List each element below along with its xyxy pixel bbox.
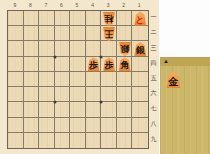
board-square[interactable] xyxy=(101,118,117,133)
board-square[interactable] xyxy=(101,72,117,87)
board-square[interactable] xyxy=(132,26,148,41)
board-square[interactable] xyxy=(117,102,133,117)
board-square[interactable] xyxy=(24,11,40,26)
file-label: 2 xyxy=(116,1,132,9)
board-square[interactable] xyxy=(86,118,102,133)
board-square[interactable] xyxy=(70,72,86,87)
board-square[interactable] xyxy=(39,57,55,72)
board-square[interactable] xyxy=(70,26,86,41)
piece-glyph: 銀 xyxy=(120,43,129,54)
board-square[interactable] xyxy=(8,11,24,26)
rank-label: 二 xyxy=(148,25,159,40)
board-square[interactable] xyxy=(39,41,55,56)
file-label: 5 xyxy=(69,1,85,9)
board-square[interactable] xyxy=(24,87,40,102)
rank-label: 九 xyxy=(148,132,159,147)
board-square[interactable] xyxy=(132,102,148,117)
board-panel: 987654321 一二三四五六七八九 桂と王銀銀歩歩角 xyxy=(0,0,159,154)
piece-glyph: 歩 xyxy=(89,60,98,71)
board-square[interactable] xyxy=(132,72,148,87)
board-square[interactable] xyxy=(24,118,40,133)
board-square[interactable] xyxy=(132,57,148,72)
board-square[interactable] xyxy=(86,133,102,148)
board-square[interactable] xyxy=(86,87,102,102)
board-square[interactable] xyxy=(70,41,86,56)
rank-label: 七 xyxy=(148,101,159,116)
rank-label: 五 xyxy=(148,71,159,86)
board-square[interactable] xyxy=(24,102,40,117)
board-square[interactable] xyxy=(70,11,86,26)
file-label: 9 xyxy=(7,1,23,9)
board-square[interactable] xyxy=(24,133,40,148)
file-label: 7 xyxy=(38,1,54,9)
rank-label: 一 xyxy=(148,10,159,25)
shogi-board: 桂と王銀銀歩歩角 xyxy=(7,10,149,149)
board-square[interactable] xyxy=(132,118,148,133)
board-square[interactable] xyxy=(55,41,71,56)
board-square[interactable] xyxy=(24,72,40,87)
board-square[interactable] xyxy=(117,11,133,26)
board-square[interactable] xyxy=(24,26,40,41)
board-square[interactable] xyxy=(39,118,55,133)
hoshi-dot xyxy=(53,55,56,58)
board-square[interactable] xyxy=(70,87,86,102)
board-square[interactable] xyxy=(8,118,24,133)
board-square[interactable] xyxy=(55,118,71,133)
stand-body: 金 xyxy=(160,66,210,154)
shogi-app: 987654321 一二三四五六七八九 桂と王銀銀歩歩角 ▲ 金 xyxy=(0,0,210,154)
piece-glyph: 歩 xyxy=(105,60,114,71)
board-square[interactable] xyxy=(117,26,133,41)
board-square[interactable] xyxy=(55,87,71,102)
board-square[interactable] xyxy=(8,41,24,56)
board-square[interactable] xyxy=(86,26,102,41)
board-square[interactable] xyxy=(86,102,102,117)
hoshi-dot xyxy=(53,101,56,104)
sente-marker-icon: ▲ xyxy=(163,57,169,66)
board-square[interactable] xyxy=(70,133,86,148)
board-square[interactable] xyxy=(8,133,24,148)
board-square[interactable] xyxy=(70,118,86,133)
board-square[interactable] xyxy=(39,11,55,26)
board-square[interactable] xyxy=(39,102,55,117)
piece-glyph: 金 xyxy=(169,75,179,88)
piece-glyph: 王 xyxy=(105,27,114,38)
board-square[interactable] xyxy=(55,102,71,117)
side-panel: ▲ 金 xyxy=(159,0,210,154)
board-square[interactable] xyxy=(8,87,24,102)
hand-piece-金[interactable]: 金 xyxy=(166,72,181,88)
board-square[interactable] xyxy=(101,41,117,56)
board-square[interactable] xyxy=(8,72,24,87)
rank-label: 八 xyxy=(148,117,159,132)
board-square[interactable] xyxy=(55,57,71,72)
file-label: 4 xyxy=(85,1,101,9)
board-square[interactable] xyxy=(39,133,55,148)
file-label: 1 xyxy=(131,1,147,9)
board-square[interactable] xyxy=(70,102,86,117)
board-square[interactable] xyxy=(86,41,102,56)
file-label: 8 xyxy=(23,1,39,9)
board-square[interactable] xyxy=(132,133,148,148)
stand-header: ▲ xyxy=(160,57,210,66)
file-label: 3 xyxy=(100,1,116,9)
board-square[interactable] xyxy=(70,57,86,72)
board-square[interactable] xyxy=(86,11,102,26)
board-square[interactable] xyxy=(39,72,55,87)
board-square[interactable] xyxy=(24,57,40,72)
board-square[interactable] xyxy=(117,72,133,87)
board-square[interactable] xyxy=(8,26,24,41)
board-square[interactable] xyxy=(86,72,102,87)
piece-glyph: と xyxy=(136,14,145,25)
rank-label: 六 xyxy=(148,86,159,101)
board-square[interactable] xyxy=(101,87,117,102)
board-square[interactable] xyxy=(55,26,71,41)
board-square[interactable] xyxy=(39,87,55,102)
board-square[interactable] xyxy=(8,57,24,72)
piece-glyph: 角 xyxy=(120,60,129,71)
board-square[interactable] xyxy=(55,72,71,87)
hoshi-dot xyxy=(100,55,103,58)
rank-label: 四 xyxy=(148,56,159,71)
board-square[interactable] xyxy=(101,133,117,148)
board-square[interactable] xyxy=(117,133,133,148)
file-label: 6 xyxy=(54,1,70,9)
board-square[interactable] xyxy=(117,118,133,133)
hoshi-dot xyxy=(100,101,103,104)
piece-glyph: 桂 xyxy=(105,12,114,23)
sente-piece-stand: ▲ 金 xyxy=(160,57,210,154)
board-square[interactable] xyxy=(8,102,24,117)
rank-label: 三 xyxy=(148,40,159,55)
board-square[interactable] xyxy=(101,102,117,117)
board-square[interactable] xyxy=(117,87,133,102)
board-square[interactable] xyxy=(55,133,71,148)
board-square[interactable] xyxy=(55,11,71,26)
board-square[interactable] xyxy=(132,87,148,102)
board-square[interactable] xyxy=(24,41,40,56)
piece-glyph: 銀 xyxy=(136,45,145,56)
board-square[interactable] xyxy=(39,26,55,41)
